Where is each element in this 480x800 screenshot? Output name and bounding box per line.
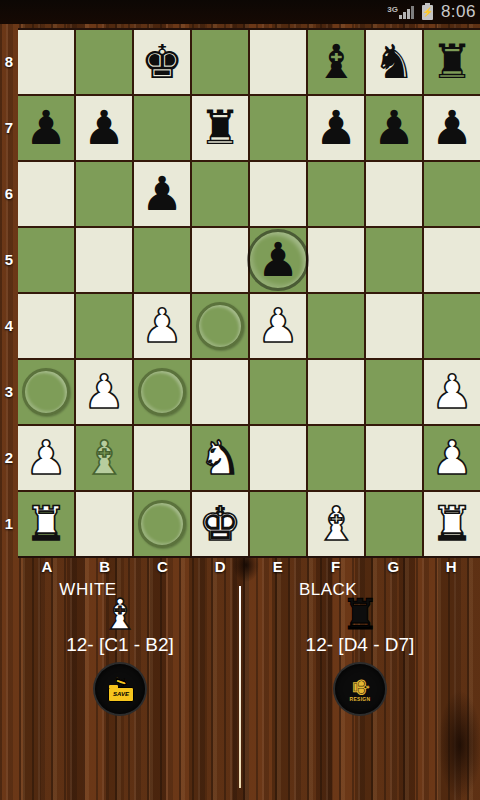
file-label-e: E [249,558,307,574]
square-b6[interactable] [76,162,132,226]
square-f1[interactable]: ♝ [308,492,364,556]
move-target-ring [138,368,186,416]
wood-knot [438,690,480,800]
square-g6[interactable] [366,162,422,226]
square-c8[interactable]: ♚ [134,30,190,94]
chess-board[interactable]: ♚♝♞♜♟♟♜♟♟♟♟♟♟♟♟♟♟♝♞♟♜♚♝♜ [18,28,480,558]
square-b1[interactable] [76,492,132,556]
square-f8[interactable]: ♝ [308,30,364,94]
file-label-d: D [191,558,249,574]
white-pawn-h3[interactable]: ♟ [431,368,473,415]
square-d2[interactable]: ♞ [192,426,248,490]
status-clock: 8:06 [441,2,476,22]
file-labels: ABCDEFGH [18,558,480,574]
square-f5[interactable] [308,228,364,292]
square-h7[interactable]: ♟ [424,96,480,160]
move-target-ring [138,500,186,548]
chess-board-zone: 87654321 ♚♝♞♜♟♟♜♟♟♟♟♟♟♟♟♟♟♝♞♟♜♚♝♜ [0,24,480,556]
white-bishop-f1[interactable]: ♝ [315,500,357,547]
black-pawn-f7[interactable]: ♟ [315,104,357,151]
white-pawn-c4[interactable]: ♟ [141,302,183,349]
white-pawn-h2[interactable]: ♟ [431,434,473,481]
capture-target-ring [247,229,309,291]
black-rook-h8[interactable]: ♜ [431,38,473,85]
square-a4[interactable] [18,294,74,358]
white-knight-d2[interactable]: ♞ [199,434,241,481]
rank-labels: 87654321 [0,24,18,556]
square-e5[interactable]: ♟ [250,228,306,292]
square-c1[interactable] [134,492,190,556]
square-a6[interactable] [18,162,74,226]
square-c4[interactable]: ♟ [134,294,190,358]
black-king-c8[interactable]: ♚ [141,38,183,85]
black-rook-d7[interactable]: ♜ [199,104,241,151]
square-g5[interactable] [366,228,422,292]
file-label-a: A [18,558,76,574]
square-a2[interactable]: ♟ [18,426,74,490]
white-pawn-b3[interactable]: ♟ [83,368,125,415]
square-c5[interactable] [134,228,190,292]
white-king-d1[interactable]: ♚ [199,500,241,547]
save-button[interactable]: ➥ SAVE [95,664,145,714]
file-label-c: C [134,558,192,574]
signal-bars-icon [399,6,414,19]
white-last-moved-piece-icon: ♝ [0,594,240,636]
black-pawn-a7[interactable]: ♟ [25,104,67,151]
white-pawn-a2[interactable]: ♟ [25,434,67,481]
rank-label-2: 2 [0,424,18,490]
square-a8[interactable] [18,30,74,94]
square-f6[interactable] [308,162,364,226]
white-bishop-b2[interactable]: ♝ [83,434,125,481]
square-h2[interactable]: ♟ [424,426,480,490]
move-target-ring [196,302,244,350]
file-label-g: G [365,558,423,574]
square-b7[interactable]: ♟ [76,96,132,160]
rank-label-1: 1 [0,490,18,556]
panel-divider [239,586,241,788]
battery-charging-icon: ⚡ [422,5,433,20]
square-f7[interactable]: ♟ [308,96,364,160]
white-last-move-text: 12- [C1 - B2] [0,634,240,656]
square-e2[interactable] [250,426,306,490]
square-b5[interactable] [76,228,132,292]
square-e8[interactable] [250,30,306,94]
square-e4[interactable]: ♟ [250,294,306,358]
white-rook-h1[interactable]: ♜ [431,500,473,547]
resign-icon: ♚ RESIGN [343,676,377,702]
signal-icon: 3G [387,6,414,19]
black-pawn-g7[interactable]: ♟ [373,104,415,151]
square-f3[interactable] [308,360,364,424]
move-target-ring [22,368,70,416]
square-b4[interactable] [76,294,132,358]
square-e7[interactable] [250,96,306,160]
rank-label-7: 7 [0,94,18,160]
square-h6[interactable] [424,162,480,226]
file-label-h: H [422,558,480,574]
square-h5[interactable] [424,228,480,292]
square-g4[interactable] [366,294,422,358]
file-label-f: F [307,558,365,574]
square-g7[interactable]: ♟ [366,96,422,160]
rank-label-4: 4 [0,292,18,358]
square-d4[interactable] [192,294,248,358]
black-bishop-f8[interactable]: ♝ [315,38,357,85]
square-d3[interactable] [192,360,248,424]
square-a3[interactable] [18,360,74,424]
square-c3[interactable] [134,360,190,424]
square-e1[interactable] [250,492,306,556]
white-player-panel: WHITE ♝ 12- [C1 - B2] ➥ SAVE [0,578,240,698]
status-bar: 3G ⚡ 8:06 [0,0,480,24]
white-rook-a1[interactable]: ♜ [25,500,67,547]
resign-button[interactable]: ♚ RESIGN [335,664,385,714]
rank-label-8: 8 [0,28,18,94]
square-g1[interactable] [366,492,422,556]
square-a5[interactable] [18,228,74,292]
square-c6[interactable]: ♟ [134,162,190,226]
square-h1[interactable]: ♜ [424,492,480,556]
square-h4[interactable] [424,294,480,358]
square-d1[interactable]: ♚ [192,492,248,556]
square-g2[interactable] [366,426,422,490]
black-pawn-h7[interactable]: ♟ [431,104,473,151]
square-c2[interactable] [134,426,190,490]
square-e3[interactable] [250,360,306,424]
square-f2[interactable] [308,426,364,490]
square-g3[interactable] [366,360,422,424]
square-b3[interactable]: ♟ [76,360,132,424]
rank-label-3: 3 [0,358,18,424]
black-last-moved-piece-icon: ♜ [240,594,480,636]
rank-label-5: 5 [0,226,18,292]
save-icon: ➥ SAVE [106,676,134,702]
square-a1[interactable]: ♜ [18,492,74,556]
rank-label-6: 6 [0,160,18,226]
square-g8[interactable]: ♞ [366,30,422,94]
black-last-move-text: 12- [D4 - D7] [240,634,480,656]
square-b2[interactable]: ♝ [76,426,132,490]
square-h8[interactable]: ♜ [424,30,480,94]
network-type-label: 3G [387,6,398,14]
square-d8[interactable] [192,30,248,94]
square-e6[interactable] [250,162,306,226]
square-f4[interactable] [308,294,364,358]
square-d5[interactable] [192,228,248,292]
square-c7[interactable] [134,96,190,160]
square-d6[interactable] [192,162,248,226]
white-pawn-e4[interactable]: ♟ [257,302,299,349]
square-b8[interactable] [76,30,132,94]
black-player-panel: BLACK ♜ 12- [D4 - D7] ♚ RESIGN [240,578,480,698]
file-label-b: B [76,558,134,574]
square-h3[interactable]: ♟ [424,360,480,424]
black-knight-g8[interactable]: ♞ [373,38,415,85]
square-a7[interactable]: ♟ [18,96,74,160]
black-pawn-c6[interactable]: ♟ [141,170,183,217]
black-pawn-b7[interactable]: ♟ [83,104,125,151]
square-d7[interactable]: ♜ [192,96,248,160]
